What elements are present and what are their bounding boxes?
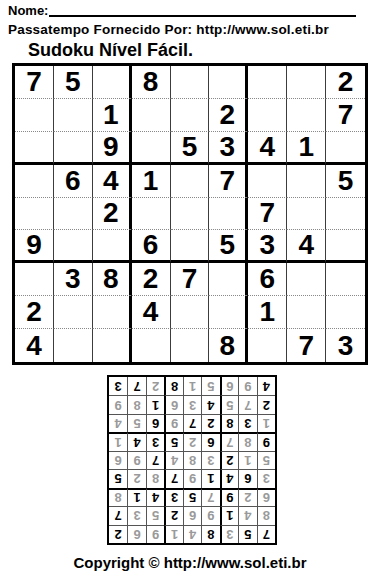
solution-cell-r6c7: 3 — [146, 432, 164, 450]
solution-cell-r2c4: 9 — [201, 506, 219, 524]
solution-cell-r4c5: 9 — [183, 469, 201, 487]
solution-cell-r7c1: 1 — [257, 414, 275, 432]
puzzle-empty-cell-r1c7[interactable] — [248, 66, 287, 99]
puzzle-empty-cell-r7c6[interactable] — [209, 263, 248, 296]
puzzle-given-cell-r9c1: 4 — [15, 329, 54, 362]
solution-cell-r2c2: 4 — [238, 506, 256, 524]
puzzle-given-cell-r6c6: 5 — [209, 230, 248, 263]
solution-cell-r1c3: 3 — [220, 525, 238, 543]
solution-cell-r5c4: 3 — [201, 451, 219, 469]
solution-cell-r6c5: 2 — [183, 432, 201, 450]
solution-cell-r5c9: 6 — [109, 451, 127, 469]
puzzle-given-cell-r6c1: 9 — [15, 230, 54, 263]
puzzle-given-cell-r2c3: 1 — [93, 99, 132, 132]
puzzle-given-cell-r1c4: 8 — [132, 66, 171, 99]
puzzle-empty-cell-r4c8[interactable] — [287, 165, 326, 198]
solution-cell-r7c3: 8 — [220, 414, 238, 432]
puzzle-given-cell-r4c2: 6 — [54, 165, 93, 198]
solution-cell-r9c3: 6 — [220, 377, 238, 395]
puzzle-empty-cell-r6c9[interactable] — [326, 230, 365, 263]
solution-cell-r4c6: 7 — [164, 469, 182, 487]
puzzle-given-cell-r4c9: 5 — [326, 165, 365, 198]
puzzle-empty-cell-r9c4[interactable] — [132, 329, 171, 362]
solution-cell-r9c2: 9 — [238, 377, 256, 395]
puzzle-empty-cell-r5c4[interactable] — [132, 198, 171, 231]
solution-cell-r6c6: 5 — [164, 432, 182, 450]
puzzle-empty-cell-r5c6[interactable] — [209, 198, 248, 231]
solution-cell-r5c2: 1 — [238, 451, 256, 469]
puzzle-empty-cell-r5c2[interactable] — [54, 198, 93, 231]
puzzle-given-cell-r6c4: 6 — [132, 230, 171, 263]
puzzle-given-cell-r7c2: 3 — [54, 263, 93, 296]
puzzle-empty-cell-r2c1[interactable] — [15, 99, 54, 132]
puzzle-given-cell-r3c6: 3 — [209, 132, 248, 165]
solution-cell-r8c2: 7 — [238, 395, 256, 413]
puzzle-empty-cell-r1c5[interactable] — [171, 66, 210, 99]
solution-cell-r8c4: 4 — [201, 395, 219, 413]
puzzle-empty-cell-r2c7[interactable] — [248, 99, 287, 132]
solution-cell-r4c4: 1 — [201, 469, 219, 487]
solution-cell-r8c3: 5 — [220, 395, 238, 413]
puzzle-given-cell-r5c7: 7 — [248, 198, 287, 231]
puzzle-empty-cell-r8c8[interactable] — [287, 296, 326, 329]
solution-cell-r8c9: 9 — [109, 395, 127, 413]
solution-cell-r6c3: 7 — [220, 432, 238, 450]
solution-cell-r2c3: 1 — [220, 506, 238, 524]
solution-cell-r6c4: 6 — [201, 432, 219, 450]
solution-cell-r4c2: 6 — [238, 469, 256, 487]
solution-cell-r5c6: 4 — [164, 451, 182, 469]
puzzle-given-cell-r9c6: 8 — [209, 329, 248, 362]
puzzle-empty-cell-r1c6[interactable] — [209, 66, 248, 99]
puzzle-empty-cell-r8c9[interactable] — [326, 296, 365, 329]
solution-cell-r7c8: 5 — [127, 414, 145, 432]
puzzle-given-cell-r6c8: 4 — [287, 230, 326, 263]
puzzle-empty-cell-r6c2[interactable] — [54, 230, 93, 263]
puzzle-empty-cell-r8c6[interactable] — [209, 296, 248, 329]
puzzle-given-cell-r2c9: 7 — [326, 99, 365, 132]
solution-cell-r1c5: 4 — [183, 525, 201, 543]
puzzle-empty-cell-r5c8[interactable] — [287, 198, 326, 231]
solution-cell-r2c5: 6 — [183, 506, 201, 524]
solution-cell-r9c7: 2 — [146, 377, 164, 395]
solution-cell-r5c7: 7 — [146, 451, 164, 469]
solution-cell-r8c6: 6 — [164, 395, 182, 413]
puzzle-given-cell-r3c5: 5 — [171, 132, 210, 165]
puzzle-given-cell-r7c3: 8 — [93, 263, 132, 296]
solution-cell-r6c2: 8 — [238, 432, 256, 450]
puzzle-empty-cell-r6c5[interactable] — [171, 230, 210, 263]
name-label: Nome: — [8, 3, 48, 18]
solution-cell-r3c3: 9 — [220, 488, 238, 506]
solution-cell-r1c8: 6 — [127, 525, 145, 543]
solution-cell-r7c4: 2 — [201, 414, 219, 432]
puzzle-given-cell-r4c4: 1 — [132, 165, 171, 198]
puzzle-given-cell-r3c8: 1 — [287, 132, 326, 165]
puzzle-empty-cell-r4c1[interactable] — [15, 165, 54, 198]
name-blank-line[interactable] — [49, 5, 356, 17]
solution-cell-r9c5: 1 — [183, 377, 201, 395]
puzzle-given-cell-r1c1: 7 — [15, 66, 54, 99]
puzzle-given-cell-r3c3: 9 — [93, 132, 132, 165]
solution-cell-r7c9: 4 — [109, 414, 127, 432]
solution-cell-r1c4: 8 — [201, 525, 219, 543]
puzzle-given-cell-r8c7: 1 — [248, 296, 287, 329]
puzzle-given-cell-r6c7: 3 — [248, 230, 287, 263]
solution-cell-r5c1: 5 — [257, 451, 275, 469]
puzzle-empty-cell-r5c9[interactable] — [326, 198, 365, 231]
solution-cell-r1c9: 2 — [109, 525, 127, 543]
puzzle-empty-cell-r7c8[interactable] — [287, 263, 326, 296]
puzzle-empty-cell-r8c2[interactable] — [54, 296, 93, 329]
solution-cell-r1c1: 7 — [257, 525, 275, 543]
puzzle-empty-cell-r9c3[interactable] — [93, 329, 132, 362]
puzzle-empty-cell-r9c2[interactable] — [54, 329, 93, 362]
solution-cell-r2c9: 7 — [109, 506, 127, 524]
solution-cell-r8c8: 8 — [127, 395, 145, 413]
solution-cell-r9c9: 3 — [109, 377, 127, 395]
puzzle-empty-cell-r9c7[interactable] — [248, 329, 287, 362]
solution-cell-r3c1: 6 — [257, 488, 275, 506]
puzzle-given-cell-r7c7: 6 — [248, 263, 287, 296]
solution-cell-r3c7: 4 — [146, 488, 164, 506]
solution-cell-r7c2: 3 — [238, 414, 256, 432]
solution-cell-r1c6: 1 — [164, 525, 182, 543]
solution-cell-r2c6: 2 — [164, 506, 182, 524]
puzzle-given-cell-r4c3: 4 — [93, 165, 132, 198]
puzzle-empty-cell-r2c8[interactable] — [287, 99, 326, 132]
solution-cell-r3c6: 3 — [164, 488, 182, 506]
solution-cell-r9c4: 5 — [201, 377, 219, 395]
puzzle-empty-cell-r1c3[interactable] — [93, 66, 132, 99]
sudoku-puzzle-grid: 758212795341641752796534382762414873 — [12, 63, 368, 365]
solution-cell-r5c8: 9 — [127, 451, 145, 469]
solution-cell-r7c7: 6 — [146, 414, 164, 432]
solution-cell-r8c7: 1 — [146, 395, 164, 413]
solution-cell-r4c8: 2 — [127, 469, 145, 487]
solution-cell-r8c1: 2 — [257, 395, 275, 413]
solution-cell-r6c9: 1 — [109, 432, 127, 450]
sudoku-solution-grid-rotated: 7538419628419625376297534183641978255123… — [107, 375, 277, 545]
solution-cell-r3c4: 7 — [201, 488, 219, 506]
solution-cell-r3c9: 8 — [109, 488, 127, 506]
solution-cell-r6c8: 4 — [127, 432, 145, 450]
puzzle-given-cell-r7c4: 2 — [132, 263, 171, 296]
puzzle-given-cell-r9c9: 3 — [326, 329, 365, 362]
puzzle-given-cell-r4c6: 7 — [209, 165, 248, 198]
solution-cell-r5c3: 2 — [220, 451, 238, 469]
puzzle-empty-cell-r4c7[interactable] — [248, 165, 287, 198]
puzzle-given-cell-r5c3: 2 — [93, 198, 132, 231]
page-title: Sudoku Nível Fácil. — [28, 40, 193, 61]
name-row: Nome: — [8, 3, 356, 18]
puzzle-empty-cell-r8c3[interactable] — [93, 296, 132, 329]
solution-cell-r2c1: 8 — [257, 506, 275, 524]
puzzle-empty-cell-r7c9[interactable] — [326, 263, 365, 296]
solution-cell-r7c5: 7 — [183, 414, 201, 432]
puzzle-empty-cell-r9c5[interactable] — [171, 329, 210, 362]
puzzle-empty-cell-r8c5[interactable] — [171, 296, 210, 329]
solution-cell-r1c7: 9 — [146, 525, 164, 543]
copyright: Copyright © http://www.sol.eti.br — [0, 554, 380, 571]
puzzle-given-cell-r8c4: 4 — [132, 296, 171, 329]
solution-cell-r9c8: 7 — [127, 377, 145, 395]
puzzle-given-cell-r8c1: 2 — [15, 296, 54, 329]
solution-cell-r1c2: 5 — [238, 525, 256, 543]
puzzle-empty-cell-r3c2[interactable] — [54, 132, 93, 165]
puzzle-empty-cell-r2c2[interactable] — [54, 99, 93, 132]
solution-cell-r4c7: 8 — [146, 469, 164, 487]
solution-cell-r4c3: 4 — [220, 469, 238, 487]
puzzle-empty-cell-r2c4[interactable] — [132, 99, 171, 132]
puzzle-empty-cell-r1c8[interactable] — [287, 66, 326, 99]
puzzle-empty-cell-r5c5[interactable] — [171, 198, 210, 231]
puzzle-given-cell-r1c9: 2 — [326, 66, 365, 99]
solution-cell-r9c1: 4 — [257, 377, 275, 395]
puzzle-given-cell-r9c8: 7 — [287, 329, 326, 362]
solution-cell-r3c5: 5 — [183, 488, 201, 506]
puzzle-given-cell-r1c2: 5 — [54, 66, 93, 99]
puzzle-empty-cell-r6c3[interactable] — [93, 230, 132, 263]
solution-cell-r8c5: 3 — [183, 395, 201, 413]
puzzle-given-cell-r3c7: 4 — [248, 132, 287, 165]
puzzle-empty-cell-r3c9[interactable] — [326, 132, 365, 165]
solution-cell-r4c9: 5 — [109, 469, 127, 487]
solution-cell-r4c1: 3 — [257, 469, 275, 487]
puzzle-given-cell-r7c5: 7 — [171, 263, 210, 296]
puzzle-empty-cell-r2c5[interactable] — [171, 99, 210, 132]
puzzle-given-cell-r2c6: 2 — [209, 99, 248, 132]
puzzle-empty-cell-r5c1[interactable] — [15, 198, 54, 231]
solution-cell-r9c6: 8 — [164, 377, 182, 395]
puzzle-empty-cell-r3c1[interactable] — [15, 132, 54, 165]
provider-line: Passatempo Fornecido Por: http://www.sol… — [8, 22, 329, 37]
solution-cell-r6c1: 9 — [257, 432, 275, 450]
solution-cell-r2c8: 3 — [127, 506, 145, 524]
solution-cell-r3c8: 1 — [127, 488, 145, 506]
solution-cell-r2c7: 5 — [146, 506, 164, 524]
solution-cell-r5c5: 8 — [183, 451, 201, 469]
puzzle-empty-cell-r3c4[interactable] — [132, 132, 171, 165]
solution-cell-r3c2: 2 — [238, 488, 256, 506]
solution-cell-r7c6: 9 — [164, 414, 182, 432]
puzzle-empty-cell-r7c1[interactable] — [15, 263, 54, 296]
puzzle-empty-cell-r4c5[interactable] — [171, 165, 210, 198]
